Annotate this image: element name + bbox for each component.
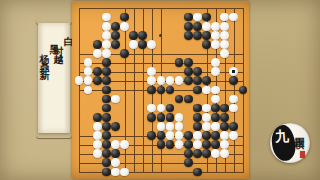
white-stone [193, 131, 202, 140]
black-stone [193, 76, 202, 85]
white-stone [220, 140, 229, 149]
goban-grid [74, 3, 247, 176]
white-stone [147, 40, 156, 49]
white-stone [175, 122, 184, 131]
black-stone [184, 158, 193, 167]
white-stone [157, 76, 166, 85]
black-stone [184, 140, 193, 149]
white-stone-last-move [229, 67, 238, 76]
black-stone [193, 67, 202, 76]
black-stone [202, 131, 211, 140]
black-label: 黑 [49, 36, 59, 70]
black-stone [102, 113, 111, 122]
black-stone [93, 40, 102, 49]
black-stone [166, 86, 175, 95]
black-stone [184, 31, 193, 40]
white-stone [211, 67, 220, 76]
black-stone [93, 67, 102, 76]
white-stone [166, 122, 175, 131]
white-stone [147, 67, 156, 76]
white-stone [93, 131, 102, 140]
black-stone [157, 140, 166, 149]
white-stone [102, 49, 111, 58]
white-stone [220, 131, 229, 140]
white-stone [93, 140, 102, 149]
black-stone [211, 113, 220, 122]
black-stone [166, 140, 175, 149]
white-stone [193, 140, 202, 149]
white-stone [175, 113, 184, 122]
black-stone [129, 31, 138, 40]
white-stone [147, 76, 156, 85]
white-stone [175, 76, 184, 85]
white-stone [102, 31, 111, 40]
black-stone [193, 86, 202, 95]
black-stone [239, 86, 248, 95]
white-stone [93, 149, 102, 158]
black-stone [193, 122, 202, 131]
white-stone [202, 104, 211, 113]
thumbnail-stage: 白 时越 黑 杨鼎新 九 围棋 [0, 0, 320, 180]
black-stone [184, 149, 193, 158]
white-stone [193, 13, 202, 22]
black-stone [229, 76, 238, 85]
white-stone [202, 22, 211, 31]
white-stone [220, 31, 229, 40]
black-stone [229, 122, 238, 131]
white-stone [211, 86, 220, 95]
black-stone [184, 131, 193, 140]
white-stone [229, 131, 238, 140]
black-stone [202, 31, 211, 40]
black-stone [93, 76, 102, 85]
black-stone [202, 40, 211, 49]
white-stone [211, 95, 220, 104]
black-stone [102, 67, 111, 76]
white-stone [129, 40, 138, 49]
black-stone [193, 31, 202, 40]
white-stone [202, 122, 211, 131]
white-stone [166, 76, 175, 85]
player-scroll: 白 时越 黑 杨鼎新 [36, 18, 72, 138]
white-stone [211, 122, 220, 131]
black-stone [102, 104, 111, 113]
white-stone [211, 40, 220, 49]
white-stone [120, 22, 129, 31]
black-stone [111, 149, 120, 158]
white-stone [84, 67, 93, 76]
black-stone [175, 95, 184, 104]
black-stone [102, 86, 111, 95]
white-stone [220, 49, 229, 58]
white-stone [102, 13, 111, 22]
black-stone [220, 122, 229, 131]
black-stone [184, 76, 193, 85]
black-stone [184, 22, 193, 31]
black-stone [157, 113, 166, 122]
black-stone [111, 122, 120, 131]
logo-char-bottom: 围棋 [294, 129, 304, 133]
black-stone [202, 149, 211, 158]
white-stone [120, 168, 129, 177]
black-stone [184, 67, 193, 76]
black-stone [166, 113, 175, 122]
black-stone [102, 122, 111, 131]
white-stone [220, 13, 229, 22]
white-stone [111, 140, 120, 149]
black-stone [111, 40, 120, 49]
black-stone [138, 40, 147, 49]
white-stone [111, 158, 120, 167]
black-stone [202, 13, 211, 22]
black-stone [193, 22, 202, 31]
white-stone [147, 104, 156, 113]
white-stone [166, 131, 175, 140]
scroll-roller-bottom [36, 132, 72, 138]
black-stone [202, 76, 211, 85]
white-stone [84, 86, 93, 95]
black-stone [211, 140, 220, 149]
white-stone [220, 22, 229, 31]
black-stone [102, 95, 111, 104]
black-stone [102, 131, 111, 140]
white-stone [211, 149, 220, 158]
white-stone [111, 168, 120, 177]
black-stone [120, 49, 129, 58]
black-stone [120, 13, 129, 22]
white-stone [157, 104, 166, 113]
white-stone [229, 104, 238, 113]
black-player-name: 杨鼎新 [39, 46, 49, 70]
white-stone [202, 113, 211, 122]
black-stone [111, 31, 120, 40]
white-stone [211, 22, 220, 31]
black-stone [193, 168, 202, 177]
white-stone [202, 86, 211, 95]
hoshi-point [156, 31, 165, 40]
black-stone [211, 131, 220, 140]
white-stone [211, 58, 220, 67]
black-stone [193, 104, 202, 113]
black-stone [102, 140, 111, 149]
black-stone [220, 104, 229, 113]
white-stone [175, 140, 184, 149]
logo-seal-icon [300, 151, 305, 158]
black-stone [184, 13, 193, 22]
white-stone [157, 122, 166, 131]
white-stone [102, 22, 111, 31]
black-stone [102, 158, 111, 167]
black-stone [102, 58, 111, 67]
black-stone [157, 131, 166, 140]
black-stone [202, 140, 211, 149]
go-board [72, 1, 249, 179]
black-stone [166, 104, 175, 113]
black-stone [138, 31, 147, 40]
logo-char-top: 九 [275, 130, 290, 145]
black-stone [147, 113, 156, 122]
black-stone [193, 113, 202, 122]
black-stone [220, 113, 229, 122]
black-player-column: 黑 杨鼎新 [39, 36, 59, 70]
white-stone [211, 31, 220, 40]
white-stone [120, 140, 129, 149]
white-stone [84, 58, 93, 67]
channel-logo: 九 围棋 [270, 123, 310, 163]
black-stone [193, 149, 202, 158]
black-stone [93, 113, 102, 122]
black-stone [147, 131, 156, 140]
white-stone [220, 40, 229, 49]
white-stone [84, 76, 93, 85]
white-stone [102, 40, 111, 49]
white-stone [229, 13, 238, 22]
black-stone [102, 168, 111, 177]
black-stone [184, 95, 193, 104]
white-stone [93, 122, 102, 131]
black-stone [175, 58, 184, 67]
black-stone [102, 149, 111, 158]
black-stone [184, 58, 193, 67]
white-stone [220, 149, 229, 158]
black-stone [211, 104, 220, 113]
white-stone [75, 76, 84, 85]
white-stone [93, 49, 102, 58]
white-stone [111, 95, 120, 104]
black-stone [102, 76, 111, 85]
black-stone [147, 86, 156, 95]
white-stone [229, 95, 238, 104]
black-stone [111, 22, 120, 31]
white-stone [175, 131, 184, 140]
